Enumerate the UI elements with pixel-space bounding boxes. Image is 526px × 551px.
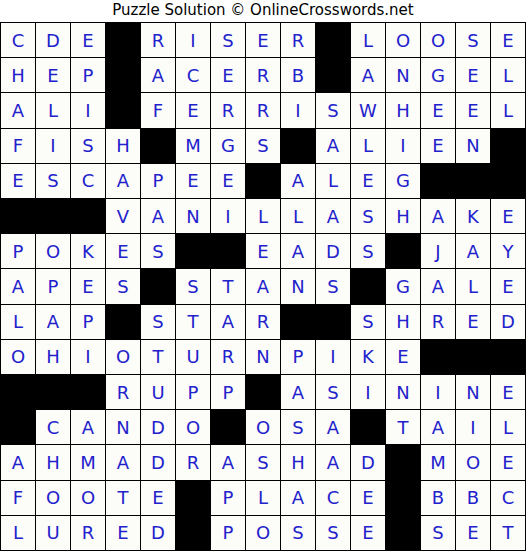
letter-cell-r4c12: I: [386, 129, 420, 163]
letter-cell-r14c4: T: [106, 481, 140, 515]
letter-cell-r5c3: C: [71, 164, 105, 198]
letter-cell-r5c1: E: [1, 164, 35, 198]
letter-cell-r11c13: I: [421, 375, 455, 409]
letter-cell-r7c5: S: [141, 234, 175, 268]
letter-cell-r6c8: L: [246, 199, 280, 233]
letter-cell-r11c5: U: [141, 375, 175, 409]
letter-cell-r1c7: S: [211, 23, 245, 57]
letter-cell-r2c1: H: [1, 58, 35, 92]
black-cell-r4c9: [281, 129, 315, 163]
letter-cell-r9c14: E: [456, 305, 490, 339]
letter-cell-r3c14: E: [456, 93, 490, 127]
black-cell-r1c10: [316, 23, 350, 57]
black-cell-r2c4: [106, 58, 140, 92]
letter-cell-r7c14: A: [456, 234, 490, 268]
letter-cell-r2c14: E: [456, 58, 490, 92]
letter-cell-r12c15: L: [491, 410, 525, 444]
letter-cell-r13c7: A: [211, 445, 245, 479]
black-cell-r12c11: [351, 410, 385, 444]
black-cell-r13c12: [386, 445, 420, 479]
page-title: Puzzle Solution © OnlineCrosswords.net: [0, 0, 526, 22]
letter-cell-r14c14: B: [456, 481, 490, 515]
letter-cell-r9c2: A: [36, 305, 70, 339]
letter-cell-r8c14: L: [456, 269, 490, 303]
letter-cell-r11c14: N: [456, 375, 490, 409]
letter-cell-r9c13: R: [421, 305, 455, 339]
letter-cell-r13c9: H: [281, 445, 315, 479]
letter-cell-r10c6: U: [176, 340, 210, 374]
letter-cell-r8c2: P: [36, 269, 70, 303]
letter-cell-r9c12: H: [386, 305, 420, 339]
letter-cell-r4c4: H: [106, 129, 140, 163]
black-cell-r9c9: [281, 305, 315, 339]
letter-cell-r1c15: E: [491, 23, 525, 57]
letter-cell-r6c14: K: [456, 199, 490, 233]
black-cell-r14c6: [176, 481, 210, 515]
letter-cell-r2c13: G: [421, 58, 455, 92]
black-cell-r6c3: [71, 199, 105, 233]
letter-cell-r12c14: I: [456, 410, 490, 444]
letter-cell-r8c10: S: [316, 269, 350, 303]
letter-cell-r15c14: E: [456, 516, 490, 550]
letter-cell-r14c5: E: [141, 481, 175, 515]
black-cell-r3c4: [106, 93, 140, 127]
black-cell-r4c5: [141, 129, 175, 163]
letter-cell-r5c5: P: [141, 164, 175, 198]
letter-cell-r7c1: P: [1, 234, 35, 268]
black-cell-r10c15: [491, 340, 525, 374]
letter-cell-r9c6: T: [176, 305, 210, 339]
letter-cell-r8c12: G: [386, 269, 420, 303]
letter-cell-r11c4: R: [106, 375, 140, 409]
letter-cell-r14c9: A: [281, 481, 315, 515]
letter-cell-r6c12: H: [386, 199, 420, 233]
black-cell-r10c14: [456, 340, 490, 374]
letter-cell-r7c8: E: [246, 234, 280, 268]
letter-cell-r12c4: N: [106, 410, 140, 444]
letter-cell-r4c10: A: [316, 129, 350, 163]
letter-cell-r3c6: E: [176, 93, 210, 127]
letter-cell-r3c3: I: [71, 93, 105, 127]
letter-cell-r3c2: L: [36, 93, 70, 127]
puzzle-solution-page: Puzzle Solution © OnlineCrosswords.net C…: [0, 0, 526, 551]
letter-cell-r5c2: S: [36, 164, 70, 198]
letter-cell-r8c7: T: [211, 269, 245, 303]
black-cell-r1c4: [106, 23, 140, 57]
letter-cell-r7c10: D: [316, 234, 350, 268]
letter-cell-r8c15: E: [491, 269, 525, 303]
letter-cell-r8c3: E: [71, 269, 105, 303]
letter-cell-r15c10: S: [316, 516, 350, 550]
black-cell-r2c10: [316, 58, 350, 92]
letter-cell-r1c12: O: [386, 23, 420, 57]
letter-cell-r9c11: S: [351, 305, 385, 339]
letter-cell-r11c9: A: [281, 375, 315, 409]
letter-cell-r8c13: A: [421, 269, 455, 303]
letter-cell-r4c7: G: [211, 129, 245, 163]
letter-cell-r4c14: N: [456, 129, 490, 163]
letter-cell-r8c4: S: [106, 269, 140, 303]
letter-cell-r6c13: A: [421, 199, 455, 233]
letter-cell-r14c8: L: [246, 481, 280, 515]
black-cell-r7c6: [176, 234, 210, 268]
letter-cell-r10c9: P: [281, 340, 315, 374]
black-cell-r7c12: [386, 234, 420, 268]
letter-cell-r12c10: A: [316, 410, 350, 444]
letter-cell-r4c6: M: [176, 129, 210, 163]
black-cell-r6c1: [1, 199, 35, 233]
letter-cell-r11c6: P: [176, 375, 210, 409]
letter-cell-r4c2: I: [36, 129, 70, 163]
black-cell-r9c4: [106, 305, 140, 339]
letter-cell-r2c8: R: [246, 58, 280, 92]
letter-cell-r9c1: L: [1, 305, 35, 339]
letter-cell-r10c2: H: [36, 340, 70, 374]
letter-cell-r7c13: J: [421, 234, 455, 268]
letter-cell-r4c1: F: [1, 129, 35, 163]
letter-cell-r1c6: I: [176, 23, 210, 57]
letter-cell-r12c12: T: [386, 410, 420, 444]
letter-cell-r3c15: L: [491, 93, 525, 127]
letter-cell-r12c8: O: [246, 410, 280, 444]
letter-cell-r9c3: P: [71, 305, 105, 339]
letter-cell-r5c6: E: [176, 164, 210, 198]
black-cell-r14c12: [386, 481, 420, 515]
letter-cell-r1c13: O: [421, 23, 455, 57]
black-cell-r5c15: [491, 164, 525, 198]
black-cell-r5c13: [421, 164, 455, 198]
letter-cell-r10c3: I: [71, 340, 105, 374]
letter-cell-r11c11: I: [351, 375, 385, 409]
black-cell-r11c1: [1, 375, 35, 409]
letter-cell-r13c15: E: [491, 445, 525, 479]
black-cell-r12c7: [211, 410, 245, 444]
letter-cell-r7c3: K: [71, 234, 105, 268]
black-cell-r9c10: [316, 305, 350, 339]
letter-cell-r1c5: R: [141, 23, 175, 57]
letter-cell-r13c3: M: [71, 445, 105, 479]
letter-cell-r13c10: A: [316, 445, 350, 479]
letter-cell-r6c9: L: [281, 199, 315, 233]
letter-cell-r15c2: U: [36, 516, 70, 550]
letter-cell-r10c12: E: [386, 340, 420, 374]
letter-cell-r1c14: S: [456, 23, 490, 57]
letter-cell-r15c9: S: [281, 516, 315, 550]
letter-cell-r10c10: I: [316, 340, 350, 374]
letter-cell-r8c1: A: [1, 269, 35, 303]
letter-cell-r15c15: T: [491, 516, 525, 550]
letter-cell-r9c7: A: [211, 305, 245, 339]
letter-cell-r13c2: H: [36, 445, 70, 479]
letter-cell-r2c11: A: [351, 58, 385, 92]
letter-cell-r8c9: N: [281, 269, 315, 303]
letter-cell-r10c1: O: [1, 340, 35, 374]
letter-cell-r6c10: A: [316, 199, 350, 233]
black-cell-r5c14: [456, 164, 490, 198]
letter-cell-r11c7: P: [211, 375, 245, 409]
letter-cell-r8c8: A: [246, 269, 280, 303]
letter-cell-r12c2: C: [36, 410, 70, 444]
letter-cell-r4c13: E: [421, 129, 455, 163]
black-cell-r8c5: [141, 269, 175, 303]
letter-cell-r2c9: B: [281, 58, 315, 92]
letter-cell-r14c11: E: [351, 481, 385, 515]
letter-cell-r11c15: E: [491, 375, 525, 409]
letter-cell-r1c11: L: [351, 23, 385, 57]
letter-cell-r13c13: M: [421, 445, 455, 479]
letter-cell-r15c13: S: [421, 516, 455, 550]
letter-cell-r15c3: R: [71, 516, 105, 550]
letter-cell-r3c8: R: [246, 93, 280, 127]
letter-cell-r2c6: C: [176, 58, 210, 92]
letter-cell-r5c9: A: [281, 164, 315, 198]
letter-cell-r3c10: S: [316, 93, 350, 127]
letter-cell-r3c9: I: [281, 93, 315, 127]
letter-cell-r14c15: C: [491, 481, 525, 515]
black-cell-r15c6: [176, 516, 210, 550]
letter-cell-r7c11: S: [351, 234, 385, 268]
letter-cell-r3c13: E: [421, 93, 455, 127]
black-cell-r4c15: [491, 129, 525, 163]
letter-cell-r3c7: R: [211, 93, 245, 127]
letter-cell-r15c8: O: [246, 516, 280, 550]
letter-cell-r5c10: L: [316, 164, 350, 198]
black-cell-r8c11: [351, 269, 385, 303]
letter-cell-r6c7: I: [211, 199, 245, 233]
black-cell-r12c1: [1, 410, 35, 444]
letter-cell-r12c9: S: [281, 410, 315, 444]
letter-cell-r12c13: A: [421, 410, 455, 444]
letter-cell-r10c7: R: [211, 340, 245, 374]
letter-cell-r13c14: O: [456, 445, 490, 479]
letter-cell-r12c3: A: [71, 410, 105, 444]
black-cell-r11c2: [36, 375, 70, 409]
crossword-grid: CDERISERLOOSEHEPACERBANGELALIFERRISWHEEL…: [0, 22, 526, 551]
letter-cell-r13c8: S: [246, 445, 280, 479]
black-cell-r5c8: [246, 164, 280, 198]
letter-cell-r14c7: P: [211, 481, 245, 515]
letter-cell-r15c1: L: [1, 516, 35, 550]
letter-cell-r1c1: C: [1, 23, 35, 57]
letter-cell-r7c9: A: [281, 234, 315, 268]
letter-cell-r7c15: Y: [491, 234, 525, 268]
letter-cell-r4c8: S: [246, 129, 280, 163]
letter-cell-r13c11: D: [351, 445, 385, 479]
letter-cell-r12c6: O: [176, 410, 210, 444]
letter-cell-r3c12: H: [386, 93, 420, 127]
letter-cell-r10c11: K: [351, 340, 385, 374]
letter-cell-r13c5: D: [141, 445, 175, 479]
letter-cell-r15c7: P: [211, 516, 245, 550]
letter-cell-r6c6: N: [176, 199, 210, 233]
letter-cell-r2c15: L: [491, 58, 525, 92]
letter-cell-r9c8: R: [246, 305, 280, 339]
black-cell-r11c8: [246, 375, 280, 409]
letter-cell-r8c6: S: [176, 269, 210, 303]
letter-cell-r3c11: W: [351, 93, 385, 127]
letter-cell-r14c13: B: [421, 481, 455, 515]
letter-cell-r14c3: O: [71, 481, 105, 515]
letter-cell-r7c4: E: [106, 234, 140, 268]
letter-cell-r10c8: N: [246, 340, 280, 374]
letter-cell-r10c5: T: [141, 340, 175, 374]
letter-cell-r13c1: A: [1, 445, 35, 479]
letter-cell-r2c3: P: [71, 58, 105, 92]
letter-cell-r7c2: O: [36, 234, 70, 268]
letter-cell-r6c11: S: [351, 199, 385, 233]
letter-cell-r4c3: S: [71, 129, 105, 163]
letter-cell-r9c5: S: [141, 305, 175, 339]
letter-cell-r2c2: E: [36, 58, 70, 92]
letter-cell-r6c4: V: [106, 199, 140, 233]
letter-cell-r11c10: S: [316, 375, 350, 409]
letter-cell-r15c4: E: [106, 516, 140, 550]
letter-cell-r5c12: G: [386, 164, 420, 198]
letter-cell-r15c5: D: [141, 516, 175, 550]
letter-cell-r10c4: O: [106, 340, 140, 374]
letter-cell-r4c11: L: [351, 129, 385, 163]
letter-cell-r13c6: R: [176, 445, 210, 479]
letter-cell-r6c5: A: [141, 199, 175, 233]
letter-cell-r2c5: A: [141, 58, 175, 92]
letter-cell-r14c10: C: [316, 481, 350, 515]
letter-cell-r9c15: D: [491, 305, 525, 339]
letter-cell-r14c1: F: [1, 481, 35, 515]
black-cell-r11c3: [71, 375, 105, 409]
letter-cell-r11c12: N: [386, 375, 420, 409]
letter-cell-r5c4: A: [106, 164, 140, 198]
letter-cell-r1c2: D: [36, 23, 70, 57]
black-cell-r10c13: [421, 340, 455, 374]
letter-cell-r1c8: E: [246, 23, 280, 57]
letter-cell-r5c11: E: [351, 164, 385, 198]
letter-cell-r3c1: A: [1, 93, 35, 127]
letter-cell-r3c5: F: [141, 93, 175, 127]
letter-cell-r13c4: A: [106, 445, 140, 479]
letter-cell-r15c11: E: [351, 516, 385, 550]
letter-cell-r12c5: D: [141, 410, 175, 444]
letter-cell-r1c9: R: [281, 23, 315, 57]
black-cell-r7c7: [211, 234, 245, 268]
black-cell-r6c2: [36, 199, 70, 233]
letter-cell-r6c15: E: [491, 199, 525, 233]
letter-cell-r1c3: E: [71, 23, 105, 57]
letter-cell-r5c7: E: [211, 164, 245, 198]
letter-cell-r2c12: N: [386, 58, 420, 92]
black-cell-r15c12: [386, 516, 420, 550]
letter-cell-r14c2: O: [36, 481, 70, 515]
letter-cell-r2c7: E: [211, 58, 245, 92]
